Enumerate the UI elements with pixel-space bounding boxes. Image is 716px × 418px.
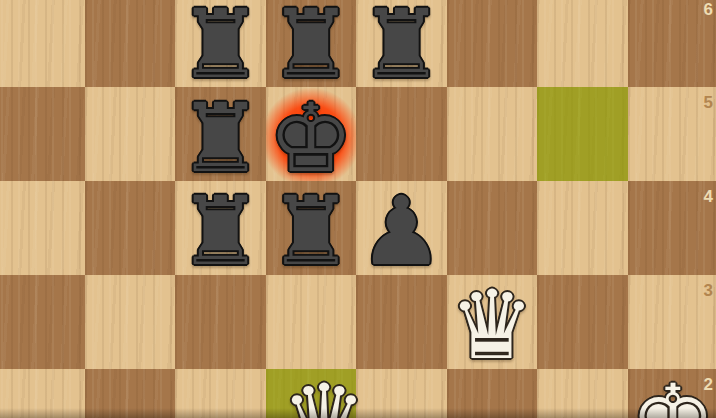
square-g2[interactable] [537,369,628,418]
square-a6[interactable] [0,0,85,87]
black-rook[interactable]: ♜ [356,0,447,91]
square-c3[interactable] [175,275,266,369]
square-h5[interactable]: 5 [628,87,716,181]
square-f3[interactable]: ♛ [447,275,538,369]
square-d5[interactable]: ♚ [266,87,357,181]
square-g3[interactable] [537,275,628,369]
black-king[interactable]: ♚ [266,91,357,185]
square-a2[interactable] [0,369,85,418]
square-d4[interactable]: ♜ [266,181,357,275]
square-h3[interactable]: 3 [628,275,716,369]
square-f5[interactable] [447,87,538,181]
square-d2[interactable]: ♛ [266,369,357,418]
square-c2[interactable] [175,369,266,418]
square-e3[interactable] [356,275,447,369]
square-e5[interactable] [356,87,447,181]
last-move-highlight [537,87,628,181]
rank-label-5: 5 [704,94,713,111]
rank-label-2: 2 [704,376,713,393]
square-b4[interactable] [85,181,176,275]
square-h2[interactable]: ♚2 [628,369,716,418]
square-f6[interactable] [447,0,538,87]
square-e4[interactable]: ♟ [356,181,447,275]
square-g6[interactable] [537,0,628,87]
black-rook[interactable]: ♜ [266,185,357,279]
rank-label-6: 6 [704,1,713,18]
white-queen[interactable]: ♛ [279,373,370,418]
square-h6[interactable]: 6 [628,0,716,87]
square-e2[interactable] [356,369,447,418]
square-g5[interactable] [537,87,628,181]
black-pawn[interactable]: ♟ [356,185,447,279]
rank-label-3: 3 [704,282,713,299]
square-e6[interactable]: ♜ [356,0,447,87]
chess-board: ♜♜♜6♜♚5♜♜♟4♛3♛♚2 [0,0,716,418]
square-b3[interactable] [85,275,176,369]
black-rook[interactable]: ♜ [175,91,266,185]
square-c5[interactable]: ♜ [175,87,266,181]
board-viewport: ♜♜♜6♜♚5♜♜♟4♛3♛♚2 [0,0,716,418]
black-rook[interactable]: ♜ [266,0,357,91]
square-a3[interactable] [0,275,85,369]
square-d3[interactable] [266,275,357,369]
square-h4[interactable]: 4 [628,181,716,275]
rank-label-4: 4 [704,188,713,205]
square-b2[interactable] [85,369,176,418]
square-c6[interactable]: ♜ [175,0,266,87]
white-queen[interactable]: ♛ [447,279,538,373]
square-g4[interactable] [537,181,628,275]
square-c4[interactable]: ♜ [175,181,266,275]
square-f4[interactable] [447,181,538,275]
square-b5[interactable] [85,87,176,181]
square-a5[interactable] [0,87,85,181]
black-rook[interactable]: ♜ [175,0,266,91]
black-rook[interactable]: ♜ [175,185,266,279]
square-b6[interactable] [85,0,176,87]
square-d6[interactable]: ♜ [266,0,357,87]
square-a4[interactable] [0,181,85,275]
